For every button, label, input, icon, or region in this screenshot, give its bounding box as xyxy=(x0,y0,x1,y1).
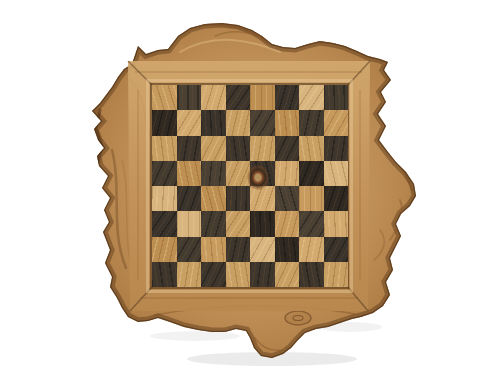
square-d2 xyxy=(226,237,251,262)
square-d1 xyxy=(226,262,251,287)
square-h5 xyxy=(324,161,349,186)
square-f8 xyxy=(275,85,300,110)
square-f2 xyxy=(275,237,300,262)
square-f3 xyxy=(275,211,300,236)
square-f7 xyxy=(275,110,300,135)
square-f5 xyxy=(275,161,300,186)
square-a4 xyxy=(152,186,177,211)
square-c8 xyxy=(201,85,226,110)
square-d5 xyxy=(226,161,251,186)
square-g2 xyxy=(299,237,324,262)
square-c6 xyxy=(201,136,226,161)
square-f1 xyxy=(275,262,300,287)
square-e7 xyxy=(250,110,275,135)
square-a8 xyxy=(152,85,177,110)
square-a3 xyxy=(152,211,177,236)
square-d3 xyxy=(226,211,251,236)
square-d8 xyxy=(226,85,251,110)
square-b4 xyxy=(177,186,202,211)
square-f4 xyxy=(275,186,300,211)
square-g1 xyxy=(299,262,324,287)
square-b1 xyxy=(177,262,202,287)
square-c7 xyxy=(201,110,226,135)
square-g7 xyxy=(299,110,324,135)
square-g6 xyxy=(299,136,324,161)
square-e4 xyxy=(250,186,275,211)
square-g5 xyxy=(299,161,324,186)
square-b3 xyxy=(177,211,202,236)
square-c1 xyxy=(201,262,226,287)
square-c3 xyxy=(201,211,226,236)
square-e2 xyxy=(250,237,275,262)
square-h1 xyxy=(324,262,349,287)
square-g8 xyxy=(299,85,324,110)
wood-knot xyxy=(247,165,269,190)
square-a2 xyxy=(152,237,177,262)
square-a6 xyxy=(152,136,177,161)
square-e6 xyxy=(250,136,275,161)
square-a7 xyxy=(152,110,177,135)
square-d4 xyxy=(226,186,251,211)
product-photo[interactable] xyxy=(0,0,500,375)
square-c4 xyxy=(201,186,226,211)
square-c5 xyxy=(201,161,226,186)
square-e3 xyxy=(250,211,275,236)
square-c2 xyxy=(201,237,226,262)
square-g3 xyxy=(299,211,324,236)
square-a1 xyxy=(152,262,177,287)
square-g4 xyxy=(299,186,324,211)
square-d6 xyxy=(226,136,251,161)
square-e1 xyxy=(250,262,275,287)
square-h6 xyxy=(324,136,349,161)
square-a5 xyxy=(152,161,177,186)
square-h2 xyxy=(324,237,349,262)
square-h8 xyxy=(324,85,349,110)
square-b8 xyxy=(177,85,202,110)
square-e8 xyxy=(250,85,275,110)
square-b5 xyxy=(177,161,202,186)
square-b6 xyxy=(177,136,202,161)
square-h4 xyxy=(324,186,349,211)
square-d7 xyxy=(226,110,251,135)
square-b2 xyxy=(177,237,202,262)
square-f6 xyxy=(275,136,300,161)
square-h7 xyxy=(324,110,349,135)
square-b7 xyxy=(177,110,202,135)
square-h3 xyxy=(324,211,349,236)
